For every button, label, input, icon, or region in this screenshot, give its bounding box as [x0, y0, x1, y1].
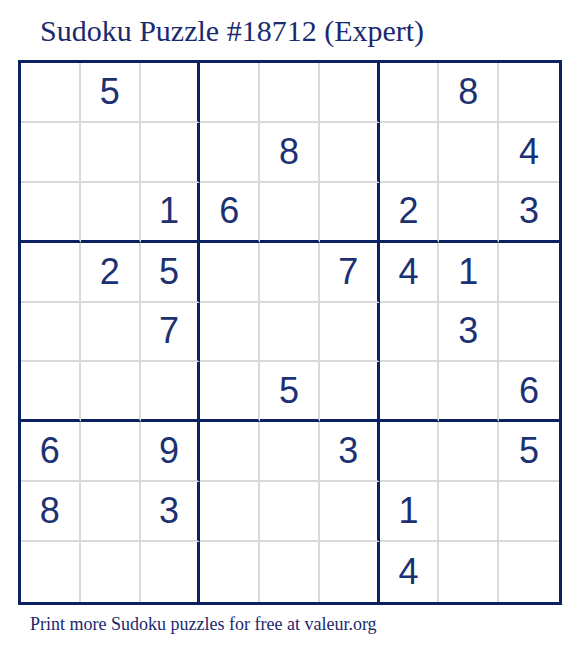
sudoku-cell-given: 8	[21, 482, 81, 542]
page-title: Sudoku Puzzle #18712 (Expert)	[40, 14, 424, 47]
sudoku-cell-empty[interactable]	[380, 123, 440, 183]
sudoku-cell-empty[interactable]	[439, 482, 499, 542]
sudoku-cell-empty[interactable]	[499, 482, 559, 542]
sudoku-cell-empty[interactable]	[141, 542, 201, 602]
sudoku-cell-empty[interactable]	[141, 123, 201, 183]
sudoku-cell-given: 4	[380, 243, 440, 303]
sudoku-cell-given: 5	[499, 422, 559, 482]
sudoku-cell-empty[interactable]	[200, 422, 260, 482]
sudoku-cell-given: 2	[81, 243, 141, 303]
sudoku-cell-empty[interactable]	[81, 183, 141, 243]
sudoku-cell-empty[interactable]	[439, 422, 499, 482]
sudoku-cell-empty[interactable]	[260, 542, 320, 602]
sudoku-cell-given: 1	[380, 482, 440, 542]
sudoku-cell-empty[interactable]	[320, 362, 380, 422]
sudoku-cell-empty[interactable]	[81, 542, 141, 602]
sudoku-cell-empty[interactable]	[260, 63, 320, 123]
sudoku-cell-given: 6	[21, 422, 81, 482]
sudoku-cell-empty[interactable]	[380, 303, 440, 363]
sudoku-cell-empty[interactable]	[260, 183, 320, 243]
sudoku-cell-empty[interactable]	[499, 243, 559, 303]
sudoku-cell-empty[interactable]	[320, 123, 380, 183]
sudoku-cell-empty[interactable]	[21, 243, 81, 303]
sudoku-cell-empty[interactable]	[260, 243, 320, 303]
sudoku-cell-empty[interactable]	[320, 183, 380, 243]
sudoku-cell-empty[interactable]	[141, 63, 201, 123]
sudoku-cell-given: 1	[439, 243, 499, 303]
sudoku-cell-empty[interactable]	[21, 303, 81, 363]
sudoku-cell-empty[interactable]	[200, 123, 260, 183]
sudoku-cell-empty[interactable]	[499, 63, 559, 123]
sudoku-cell-empty[interactable]	[200, 303, 260, 363]
sudoku-cell-empty[interactable]	[21, 123, 81, 183]
sudoku-cell-empty[interactable]	[21, 542, 81, 602]
sudoku-cell-given: 4	[380, 542, 440, 602]
sudoku-cell-empty[interactable]	[439, 123, 499, 183]
sudoku-cell-empty[interactable]	[200, 362, 260, 422]
sudoku-cell-empty[interactable]	[380, 63, 440, 123]
sudoku-cell-given: 8	[439, 63, 499, 123]
sudoku-cell-given: 5	[260, 362, 320, 422]
sudoku-cell-given: 6	[200, 183, 260, 243]
sudoku-cell-empty[interactable]	[380, 422, 440, 482]
sudoku-cell-given	[499, 542, 559, 602]
sudoku-cell-empty[interactable]	[439, 362, 499, 422]
sudoku-board: 5884162325741735669358314	[18, 60, 562, 605]
sudoku-cell-empty[interactable]	[21, 362, 81, 422]
sudoku-cell-empty[interactable]	[81, 303, 141, 363]
sudoku-cell-given: 4	[499, 123, 559, 183]
sudoku-cell-given: 7	[141, 303, 201, 363]
sudoku-cell-empty[interactable]	[141, 362, 201, 422]
sudoku-cell-given: 7	[320, 243, 380, 303]
sudoku-cell-empty[interactable]	[81, 482, 141, 542]
sudoku-cell-empty[interactable]	[320, 303, 380, 363]
sudoku-cell-given: 3	[320, 422, 380, 482]
sudoku-cell-empty[interactable]	[81, 362, 141, 422]
sudoku-cell-empty[interactable]	[200, 243, 260, 303]
sudoku-cell-empty[interactable]	[320, 542, 380, 602]
sudoku-cell-empty[interactable]	[81, 123, 141, 183]
sudoku-cell-given: 3	[141, 482, 201, 542]
sudoku-cell-given: 3	[499, 183, 559, 243]
sudoku-cell-empty[interactable]	[260, 482, 320, 542]
sudoku-cell-empty[interactable]	[260, 303, 320, 363]
sudoku-cell-empty[interactable]	[81, 422, 141, 482]
sudoku-cell-empty[interactable]	[21, 183, 81, 243]
sudoku-cell-given: 5	[141, 243, 201, 303]
sudoku-cell-given: 9	[141, 422, 201, 482]
sudoku-cell-empty[interactable]	[200, 63, 260, 123]
sudoku-cell-empty[interactable]	[320, 63, 380, 123]
sudoku-cell-empty[interactable]	[380, 362, 440, 422]
sudoku-cell-empty[interactable]	[320, 482, 380, 542]
sudoku-cell-given: 3	[439, 303, 499, 363]
sudoku-cell-given: 6	[499, 362, 559, 422]
sudoku-cell-empty[interactable]	[439, 542, 499, 602]
sudoku-cell-empty[interactable]	[260, 422, 320, 482]
sudoku-cell-empty[interactable]	[21, 63, 81, 123]
sudoku-cell-empty[interactable]	[499, 303, 559, 363]
sudoku-cell-given: 8	[260, 123, 320, 183]
sudoku-cell-empty[interactable]	[439, 183, 499, 243]
footer-text: Print more Sudoku puzzles for free at va…	[30, 614, 377, 635]
sudoku-cell-given: 5	[81, 63, 141, 123]
sudoku-cell-empty[interactable]	[200, 482, 260, 542]
sudoku-cell-given: 1	[141, 183, 201, 243]
sudoku-cell-empty[interactable]	[200, 542, 260, 602]
sudoku-cell-given: 2	[380, 183, 440, 243]
